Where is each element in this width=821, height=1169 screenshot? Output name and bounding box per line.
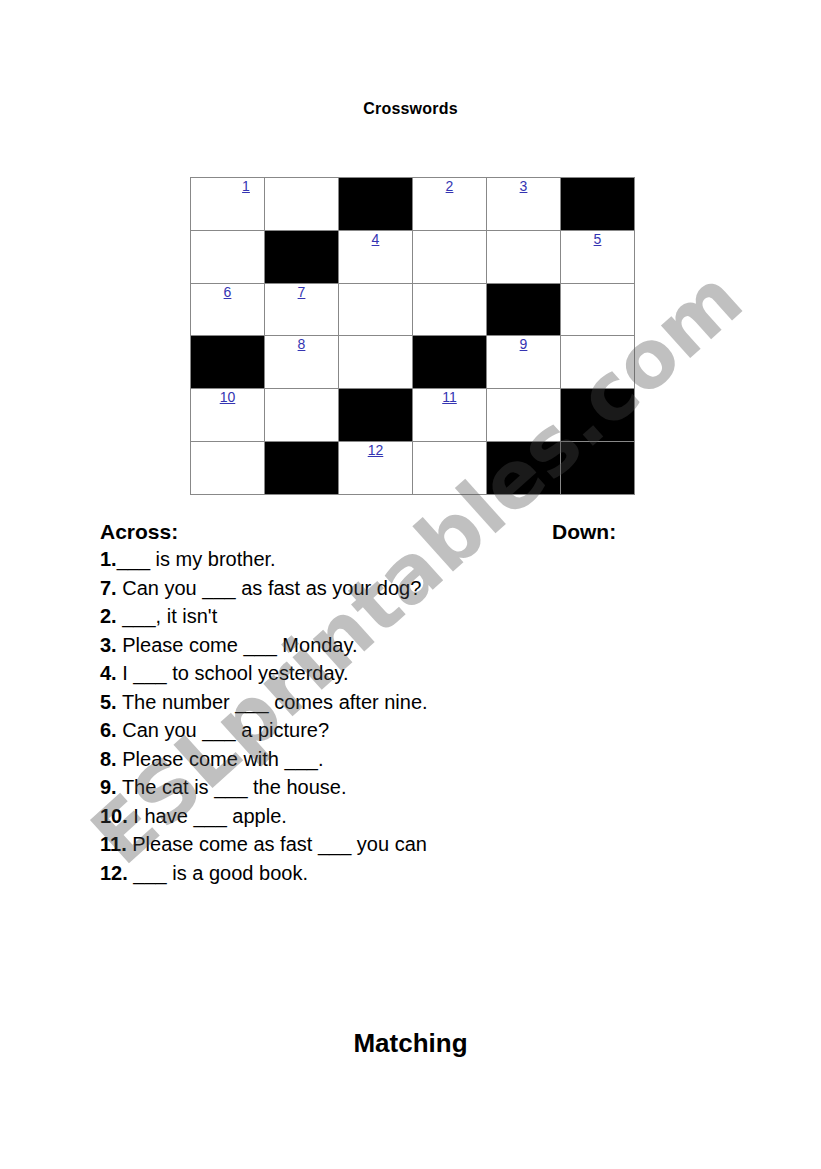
clue-number: 4 — [372, 231, 380, 247]
clue-text: Can you ___ as fast as your dog? — [117, 577, 422, 599]
white-cell[interactable]: 5 — [561, 231, 634, 283]
clue-text: The cat is ___ the house. — [117, 776, 347, 798]
black-cell — [561, 442, 634, 494]
clue-text: ___ is a good book. — [128, 862, 308, 884]
clue: 4. I ___ to school yesterday. — [100, 659, 428, 688]
white-cell[interactable]: 4 — [339, 231, 412, 283]
clue-num-label: 1. — [100, 548, 117, 570]
black-cell — [191, 336, 264, 388]
clue-number: 10 — [220, 389, 236, 405]
clue: 1.___ is my brother. — [100, 545, 428, 574]
clue: 7. Can you ___ as fast as your dog? — [100, 574, 428, 603]
black-cell — [265, 231, 338, 283]
clue-num-label: 10. — [100, 805, 128, 827]
clue: 12. ___ is a good book. — [100, 859, 428, 888]
clue-num-label: 2. — [100, 605, 117, 627]
down-heading: Down: — [552, 520, 616, 544]
black-cell — [265, 442, 338, 494]
clue-list: 1.___ is my brother.7. Can you ___ as fa… — [100, 545, 428, 887]
clue-text: I have ___ apple. — [128, 805, 287, 827]
white-cell[interactable] — [265, 178, 338, 230]
white-cell[interactable]: 8 — [265, 336, 338, 388]
white-cell[interactable] — [339, 336, 412, 388]
white-cell[interactable] — [265, 389, 338, 441]
clue-text: Can you ___ a picture? — [117, 719, 329, 741]
clue-num-label: 8. — [100, 748, 117, 770]
white-cell[interactable]: 1 — [191, 178, 264, 230]
white-cell[interactable]: 12 — [339, 442, 412, 494]
clue: 11. Please come as fast ___ you can — [100, 830, 428, 859]
white-cell[interactable] — [339, 284, 412, 336]
clue-num-label: 5. — [100, 691, 117, 713]
white-cell[interactable] — [487, 231, 560, 283]
clue-num-label: 6. — [100, 719, 117, 741]
white-cell[interactable] — [413, 231, 486, 283]
white-cell[interactable]: 3 — [487, 178, 560, 230]
black-cell — [561, 178, 634, 230]
clue-text: The number ___ comes after nine. — [117, 691, 428, 713]
across-heading: Across: — [100, 520, 178, 544]
clue-number: 8 — [298, 336, 306, 352]
clue-num-label: 12. — [100, 862, 128, 884]
clue-text: Please come ___ Monday. — [117, 634, 358, 656]
white-cell[interactable] — [487, 389, 560, 441]
clue-text: Please come as fast ___ you can — [127, 833, 427, 855]
black-cell — [413, 336, 486, 388]
white-cell[interactable]: 6 — [191, 284, 264, 336]
clue-text: ___ is my brother. — [117, 548, 276, 570]
white-cell[interactable]: 7 — [265, 284, 338, 336]
clue-number: 3 — [520, 178, 528, 194]
white-cell[interactable]: 9 — [487, 336, 560, 388]
clue: 6. Can you ___ a picture? — [100, 716, 428, 745]
black-cell — [487, 284, 560, 336]
black-cell — [339, 389, 412, 441]
clue-number: 6 — [224, 284, 232, 300]
white-cell[interactable]: 2 — [413, 178, 486, 230]
clue-text: I ___ to school yesterday. — [117, 662, 349, 684]
black-cell — [487, 442, 560, 494]
matching-heading: Matching — [0, 1028, 821, 1059]
clue-number: 11 — [442, 389, 457, 405]
clue-num-label: 3. — [100, 634, 117, 656]
clue: 5. The number ___ comes after nine. — [100, 688, 428, 717]
clue-number: 12 — [368, 442, 384, 458]
clue-number: 5 — [594, 231, 602, 247]
clue: 3. Please come ___ Monday. — [100, 631, 428, 660]
crossword-grid: 123456789101112 — [190, 177, 635, 495]
white-cell[interactable] — [561, 284, 634, 336]
clue-text: Please come with ___. — [117, 748, 324, 770]
clue: 2. ___, it isn't — [100, 602, 428, 631]
white-cell[interactable] — [413, 442, 486, 494]
clue-num-label: 7. — [100, 577, 117, 599]
white-cell[interactable] — [191, 442, 264, 494]
clue-number: 1 — [242, 178, 250, 194]
clue-num-label: 11. — [100, 833, 127, 855]
white-cell[interactable] — [413, 284, 486, 336]
white-cell[interactable] — [191, 231, 264, 283]
clue-num-label: 4. — [100, 662, 117, 684]
black-cell — [339, 178, 412, 230]
black-cell — [561, 389, 634, 441]
clue: 8. Please come with ___. — [100, 745, 428, 774]
worksheet-page: Crosswords 123456789101112 Across: Down:… — [0, 0, 821, 1169]
white-cell[interactable]: 11 — [413, 389, 486, 441]
white-cell[interactable] — [561, 336, 634, 388]
clue: 10. I have ___ apple. — [100, 802, 428, 831]
clue-text: ___, it isn't — [117, 605, 218, 627]
white-cell[interactable]: 10 — [191, 389, 264, 441]
page-title: Crosswords — [0, 100, 821, 118]
clue-number: 7 — [298, 284, 306, 300]
clue-number: 9 — [520, 336, 528, 352]
clue: 9. The cat is ___ the house. — [100, 773, 428, 802]
clue-num-label: 9. — [100, 776, 117, 798]
clue-number: 2 — [446, 178, 454, 194]
